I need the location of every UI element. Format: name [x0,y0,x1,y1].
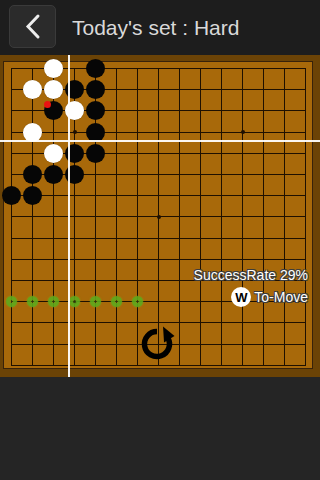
chevron-left-icon [25,13,41,40]
board-point[interactable] [274,79,295,100]
board-point[interactable] [22,164,43,185]
board-point[interactable] [169,185,190,206]
board-point[interactable] [232,100,253,121]
board-point[interactable] [85,355,106,376]
board-point[interactable] [106,355,127,376]
board-point[interactable] [43,355,64,376]
board-point[interactable] [169,228,190,249]
board-point[interactable] [106,79,127,100]
board-point[interactable] [211,333,232,354]
board-point[interactable] [295,355,316,376]
board-point[interactable] [127,291,148,312]
board-point[interactable] [295,79,316,100]
board-point[interactable] [253,355,274,376]
header: Today's set : Hard [0,0,320,55]
board-point[interactable] [43,164,64,185]
board-point[interactable] [274,355,295,376]
app-root: Today's set : Hard SuccessRate 29% W To-… [0,0,320,480]
board-point[interactable] [190,228,211,249]
white-stone [44,144,63,163]
board-point[interactable] [127,270,148,291]
board-point[interactable] [43,249,64,270]
board-point[interactable] [232,143,253,164]
board-point[interactable] [253,100,274,121]
board-point[interactable] [22,79,43,100]
board-point[interactable] [253,143,274,164]
board-point[interactable] [106,291,127,312]
board-point[interactable] [232,58,253,79]
board-point[interactable] [1,164,22,185]
board-point[interactable] [232,79,253,100]
board-point[interactable] [106,249,127,270]
board-point[interactable] [106,143,127,164]
board-point[interactable] [190,312,211,333]
board-point[interactable] [106,270,127,291]
white-stone-badge: W [231,287,251,307]
board-point[interactable] [253,164,274,185]
board-point[interactable] [169,100,190,121]
board-point[interactable] [1,143,22,164]
board-point[interactable] [190,206,211,227]
board-point[interactable] [106,185,127,206]
board-point[interactable] [295,100,316,121]
board-point[interactable] [148,270,169,291]
board-point[interactable] [22,143,43,164]
board-point[interactable] [127,185,148,206]
black-stone [23,165,42,184]
board-point[interactable] [232,312,253,333]
board-point[interactable] [1,100,22,121]
board-point[interactable] [85,185,106,206]
board-point[interactable] [190,100,211,121]
black-stone [44,165,63,184]
board-point[interactable] [127,58,148,79]
board-point[interactable] [43,206,64,227]
board-point[interactable] [1,291,22,312]
board-point[interactable] [232,206,253,227]
board-point[interactable] [169,164,190,185]
board-point[interactable] [85,100,106,121]
board-point[interactable] [232,228,253,249]
progress-ring [48,296,59,307]
board-point[interactable] [148,206,169,227]
board-point[interactable] [85,79,106,100]
board-point[interactable] [43,333,64,354]
board-point[interactable] [127,206,148,227]
board-point[interactable] [274,228,295,249]
board-point[interactable] [85,164,106,185]
board-point[interactable] [211,312,232,333]
board-point[interactable] [274,206,295,227]
board-point[interactable] [106,312,127,333]
board-point[interactable] [295,185,316,206]
go-board: SuccessRate 29% W To-Move [0,55,320,377]
board-point[interactable] [211,164,232,185]
crosshair-horizontal-line [0,140,320,142]
board-point[interactable] [169,270,190,291]
board-point[interactable] [232,333,253,354]
board-point[interactable] [22,249,43,270]
board-point[interactable] [1,270,22,291]
page-title: Today's set : Hard [72,16,239,40]
board-point[interactable] [85,291,106,312]
board-point[interactable] [211,185,232,206]
board-point[interactable] [295,58,316,79]
black-stone [86,59,105,78]
board-point[interactable] [211,100,232,121]
star-point [241,130,245,134]
board-point[interactable] [148,228,169,249]
board-point[interactable] [43,312,64,333]
to-move-indicator: W To-Move [231,287,308,307]
white-stone [44,59,63,78]
white-stone [23,80,42,99]
board-point[interactable] [43,228,64,249]
board-point[interactable] [43,185,64,206]
star-point [73,130,77,134]
board-point[interactable] [22,270,43,291]
black-stone [86,80,105,99]
board-point[interactable] [127,249,148,270]
board-point[interactable] [253,228,274,249]
board-point[interactable] [190,79,211,100]
star-point [157,215,161,219]
board-point[interactable] [1,228,22,249]
board-point[interactable] [295,312,316,333]
board-point[interactable] [169,206,190,227]
black-stone [86,123,105,142]
board-point[interactable] [22,58,43,79]
board-point[interactable] [232,355,253,376]
board-point[interactable] [253,79,274,100]
board-point[interactable] [85,143,106,164]
board-point[interactable] [148,249,169,270]
board-point[interactable] [211,291,232,312]
black-stone [23,186,42,205]
board-point[interactable] [127,79,148,100]
board-point[interactable] [190,185,211,206]
board-point[interactable] [127,143,148,164]
board-point[interactable] [1,79,22,100]
black-stone [2,186,21,205]
board-point[interactable] [295,333,316,354]
board-point[interactable] [85,58,106,79]
board-point[interactable] [295,206,316,227]
last-move-marker [44,101,51,108]
progress-ring [132,296,143,307]
board-point[interactable] [106,100,127,121]
board-point[interactable] [106,228,127,249]
board-point[interactable] [1,249,22,270]
board-point[interactable] [211,79,232,100]
board-point[interactable] [1,312,22,333]
success-rate-label: SuccessRate 29% [194,267,308,283]
board-point[interactable] [148,185,169,206]
board-point[interactable] [169,58,190,79]
board-point[interactable] [1,355,22,376]
board-point[interactable] [274,333,295,354]
progress-ring [90,296,101,307]
board-point[interactable] [127,164,148,185]
board-point[interactable] [274,100,295,121]
board-point[interactable] [1,58,22,79]
board-point[interactable] [253,333,274,354]
board-point[interactable] [43,270,64,291]
board-point[interactable] [43,79,64,100]
board-point[interactable] [85,206,106,227]
board-point[interactable] [85,228,106,249]
board-point[interactable] [169,79,190,100]
board-point[interactable] [253,58,274,79]
progress-ring [69,296,80,307]
board-point[interactable] [211,206,232,227]
board-point[interactable] [43,291,64,312]
board-point[interactable] [127,228,148,249]
board-point[interactable] [232,164,253,185]
board-point[interactable] [22,185,43,206]
board-point[interactable] [106,206,127,227]
board-point[interactable] [169,143,190,164]
black-stone [86,144,105,163]
white-stone [23,123,42,142]
back-button[interactable] [9,5,56,48]
board-point[interactable] [85,270,106,291]
board-point[interactable] [211,58,232,79]
board-point[interactable] [22,291,43,312]
refresh-button[interactable] [135,322,179,366]
board-point[interactable] [22,312,43,333]
board-point[interactable] [211,355,232,376]
to-move-label: To-Move [254,289,308,305]
board-point[interactable] [22,355,43,376]
board-point[interactable] [274,58,295,79]
progress-ring [6,296,17,307]
board-point[interactable] [148,79,169,100]
white-stone [44,80,63,99]
board-point[interactable] [22,206,43,227]
board-point[interactable] [148,143,169,164]
board-point[interactable] [127,100,148,121]
board-point[interactable] [190,291,211,312]
board-point[interactable] [274,143,295,164]
board-point[interactable] [106,164,127,185]
board-point[interactable] [106,58,127,79]
board-point[interactable] [43,58,64,79]
board-point[interactable] [190,355,211,376]
board-point[interactable] [85,312,106,333]
board-point[interactable] [148,164,169,185]
board-point[interactable] [211,228,232,249]
board-point[interactable] [1,333,22,354]
board-point[interactable] [22,228,43,249]
board-point[interactable] [232,185,253,206]
board-point[interactable] [295,143,316,164]
board-point[interactable] [1,206,22,227]
board-point[interactable] [253,185,274,206]
board-point[interactable] [295,164,316,185]
board-point[interactable] [85,249,106,270]
board-point[interactable] [85,333,106,354]
board-point[interactable] [274,164,295,185]
board-point[interactable] [106,333,127,354]
board-point[interactable] [169,249,190,270]
progress-ring [111,296,122,307]
board-point[interactable] [43,143,64,164]
board-point[interactable] [190,164,211,185]
black-stone [86,101,105,120]
progress-ring [27,296,38,307]
board-point[interactable] [169,291,190,312]
board-point[interactable] [1,185,22,206]
board-point[interactable] [22,100,43,121]
board-point[interactable] [253,206,274,227]
black-stone [44,101,63,120]
board-point[interactable] [22,333,43,354]
board-point[interactable] [148,291,169,312]
board-point[interactable] [211,143,232,164]
board-point[interactable] [274,312,295,333]
board-point[interactable] [43,100,64,121]
board-point[interactable] [253,312,274,333]
board-point[interactable] [190,143,211,164]
crosshair-vertical-line [68,55,70,377]
board-point[interactable] [148,100,169,121]
board-point[interactable] [148,58,169,79]
board-point[interactable] [190,333,211,354]
board-point[interactable] [274,185,295,206]
board-point[interactable] [190,58,211,79]
board-point[interactable] [295,228,316,249]
